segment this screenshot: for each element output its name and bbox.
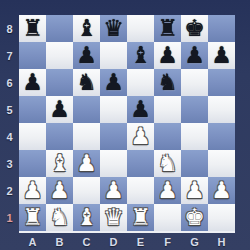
rank-labels: 87654321 [0, 15, 19, 231]
square-d7[interactable] [100, 42, 127, 69]
square-c1[interactable]: ♝ [73, 204, 100, 231]
square-e1[interactable]: ♜ [127, 204, 154, 231]
chess-board: ♜♝♛♜♚♟♝♟♟♟♟♞♟♞♟♟♟♝♟♞♟♟♟♟♟♟♜♞♝♛♜♚ [19, 15, 235, 233]
square-c5[interactable] [73, 96, 100, 123]
square-a6[interactable]: ♟ [19, 69, 46, 96]
square-g5[interactable] [181, 96, 208, 123]
square-d8[interactable]: ♛ [100, 15, 127, 42]
piece-black-pawn[interactable]: ♟ [184, 42, 205, 69]
square-g3[interactable] [181, 150, 208, 177]
piece-black-queen[interactable]: ♛ [103, 15, 124, 42]
square-d5[interactable] [100, 96, 127, 123]
piece-white-king[interactable]: ♚ [184, 204, 205, 231]
square-d1[interactable]: ♛ [100, 204, 127, 231]
square-d2[interactable]: ♟ [100, 177, 127, 204]
piece-black-pawn[interactable]: ♟ [130, 96, 151, 123]
square-h4[interactable] [208, 123, 235, 150]
piece-black-rook[interactable]: ♜ [22, 15, 43, 42]
square-e4[interactable]: ♟ [127, 123, 154, 150]
piece-white-rook[interactable]: ♜ [130, 204, 151, 231]
file-label-e: E [127, 234, 154, 249]
square-c7[interactable]: ♟ [73, 42, 100, 69]
file-label-g: G [181, 234, 208, 249]
piece-white-pawn[interactable]: ♟ [157, 177, 178, 204]
square-f6[interactable]: ♞ [154, 69, 181, 96]
rank-label-6: 6 [0, 69, 19, 96]
piece-black-rook[interactable]: ♜ [157, 15, 178, 42]
square-b7[interactable] [46, 42, 73, 69]
piece-white-queen[interactable]: ♛ [103, 204, 124, 231]
rank-label-2: 2 [0, 177, 19, 204]
square-g2[interactable]: ♟ [181, 177, 208, 204]
piece-white-knight[interactable]: ♞ [157, 150, 178, 177]
square-a2[interactable]: ♟ [19, 177, 46, 204]
square-g6[interactable] [181, 69, 208, 96]
square-f5[interactable] [154, 96, 181, 123]
rank-label-7: 7 [0, 42, 19, 69]
square-g7[interactable]: ♟ [181, 42, 208, 69]
square-e6[interactable] [127, 69, 154, 96]
square-a3[interactable] [19, 150, 46, 177]
square-h2[interactable]: ♟ [208, 177, 235, 204]
square-a5[interactable] [19, 96, 46, 123]
file-label-d: D [100, 234, 127, 249]
square-f2[interactable]: ♟ [154, 177, 181, 204]
square-g1[interactable]: ♚ [181, 204, 208, 231]
piece-black-bishop[interactable]: ♝ [130, 42, 151, 69]
square-e7[interactable]: ♝ [127, 42, 154, 69]
square-b6[interactable] [46, 69, 73, 96]
rank-label-3: 3 [0, 150, 19, 177]
square-h5[interactable] [208, 96, 235, 123]
piece-white-pawn[interactable]: ♟ [22, 177, 43, 204]
square-d6[interactable]: ♟ [100, 69, 127, 96]
square-b1[interactable]: ♞ [46, 204, 73, 231]
square-e3[interactable] [127, 150, 154, 177]
chess-diagram: 87654321 ♜♝♛♜♚♟♝♟♟♟♟♞♟♞♟♟♟♝♟♞♟♟♟♟♟♟♜♞♝♛♜… [0, 0, 250, 250]
square-c8[interactable]: ♝ [73, 15, 100, 42]
rank-label-4: 4 [0, 123, 19, 150]
piece-black-knight[interactable]: ♞ [76, 69, 97, 96]
square-a8[interactable]: ♜ [19, 15, 46, 42]
square-h8[interactable] [208, 15, 235, 42]
piece-white-pawn[interactable]: ♟ [103, 177, 124, 204]
square-b5[interactable]: ♟ [46, 96, 73, 123]
file-label-a: A [19, 234, 46, 249]
square-h7[interactable]: ♟ [208, 42, 235, 69]
piece-white-pawn[interactable]: ♟ [76, 150, 97, 177]
square-b8[interactable] [46, 15, 73, 42]
square-h6[interactable] [208, 69, 235, 96]
piece-white-pawn[interactable]: ♟ [184, 177, 205, 204]
piece-black-pawn[interactable]: ♟ [103, 69, 124, 96]
piece-black-king[interactable]: ♚ [184, 15, 205, 42]
square-f3[interactable]: ♞ [154, 150, 181, 177]
piece-white-knight[interactable]: ♞ [49, 204, 70, 231]
square-f1[interactable] [154, 204, 181, 231]
square-f8[interactable]: ♜ [154, 15, 181, 42]
square-b2[interactable]: ♟ [46, 177, 73, 204]
square-d3[interactable] [100, 150, 127, 177]
piece-white-rook[interactable]: ♜ [22, 204, 43, 231]
square-a4[interactable] [19, 123, 46, 150]
file-label-f: F [154, 234, 181, 249]
piece-black-knight[interactable]: ♞ [157, 69, 178, 96]
file-label-h: H [208, 234, 235, 249]
piece-black-pawn[interactable]: ♟ [211, 42, 232, 69]
rank-label-1: 1 [0, 204, 19, 231]
square-d4[interactable] [100, 123, 127, 150]
square-c3[interactable]: ♟ [73, 150, 100, 177]
square-h1[interactable] [208, 204, 235, 231]
square-a7[interactable] [19, 42, 46, 69]
square-e2[interactable] [127, 177, 154, 204]
piece-black-bishop[interactable]: ♝ [76, 15, 97, 42]
square-e8[interactable] [127, 15, 154, 42]
square-c2[interactable] [73, 177, 100, 204]
rank-label-5: 5 [0, 96, 19, 123]
piece-white-bishop[interactable]: ♝ [76, 204, 97, 231]
file-label-c: C [73, 234, 100, 249]
piece-black-pawn[interactable]: ♟ [49, 96, 70, 123]
square-c6[interactable]: ♞ [73, 69, 100, 96]
square-g8[interactable]: ♚ [181, 15, 208, 42]
file-label-b: B [46, 234, 73, 249]
piece-black-pawn[interactable]: ♟ [76, 42, 97, 69]
square-f4[interactable] [154, 123, 181, 150]
square-c4[interactable] [73, 123, 100, 150]
square-f7[interactable]: ♟ [154, 42, 181, 69]
piece-white-bishop[interactable]: ♝ [49, 150, 70, 177]
piece-black-pawn[interactable]: ♟ [157, 42, 178, 69]
square-a1[interactable]: ♜ [19, 204, 46, 231]
rank-label-8: 8 [0, 15, 19, 42]
piece-white-pawn[interactable]: ♟ [130, 123, 151, 150]
piece-black-pawn[interactable]: ♟ [22, 69, 43, 96]
square-b4[interactable] [46, 123, 73, 150]
square-h3[interactable] [208, 150, 235, 177]
square-g4[interactable] [181, 123, 208, 150]
square-b3[interactable]: ♝ [46, 150, 73, 177]
piece-white-pawn[interactable]: ♟ [211, 177, 232, 204]
piece-white-pawn[interactable]: ♟ [49, 177, 70, 204]
square-e5[interactable]: ♟ [127, 96, 154, 123]
file-labels: ABCDEFGH [19, 234, 235, 249]
